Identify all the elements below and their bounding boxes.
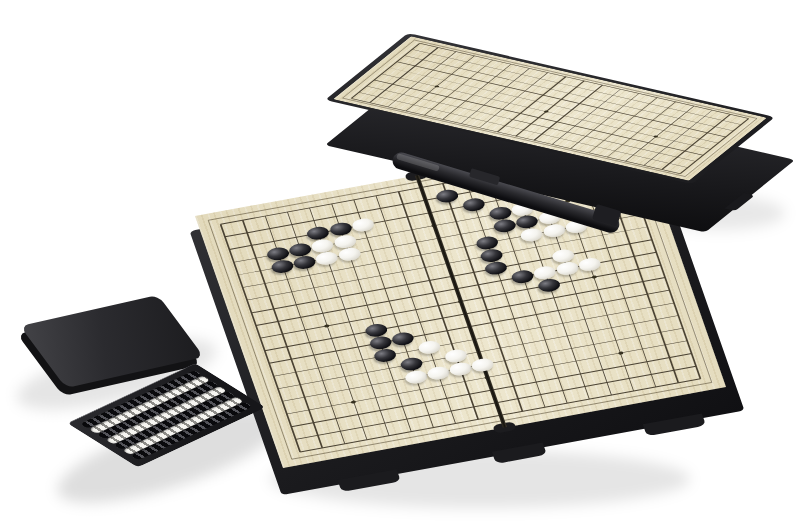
board-foot <box>643 413 706 436</box>
product-scene <box>0 0 800 526</box>
